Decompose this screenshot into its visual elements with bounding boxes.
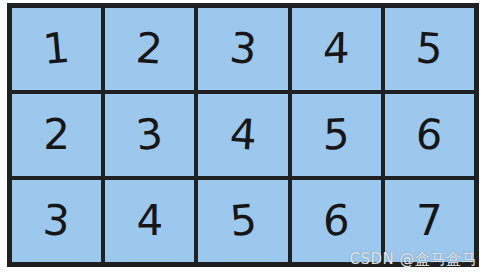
grid-cell: 4 [292,8,381,90]
grid-cell: 3 [12,180,101,262]
grid-cell: 5 [292,94,381,176]
grid-cell: 2 [105,8,194,90]
cell-digit: 1 [41,27,71,71]
cell-digit: 3 [228,27,259,72]
cell-digit: 2 [43,114,70,156]
cell-digit: 5 [415,27,445,71]
grid-cell: 6 [385,94,474,176]
cell-digit: 5 [322,113,349,156]
grid-cell: 5 [385,8,474,90]
cell-digit: 4 [322,27,349,70]
cell-digit: 2 [135,27,165,71]
grid-cell: 3 [105,94,194,176]
number-grid: 123452345634567 [7,3,479,267]
grid-cell: 1 [12,8,101,90]
grid-cell: 4 [198,94,287,176]
cell-digit: 6 [322,199,349,242]
grid-cell: 5 [198,180,287,262]
grid-cell: 4 [105,180,194,262]
grid-cell: 2 [12,94,101,176]
cell-digit: 6 [414,113,445,158]
csdn-watermark: CSDN @盒马盒马 [349,250,477,269]
cell-digit: 4 [136,200,163,242]
cell-digit: 7 [416,200,443,242]
grid-cell: 3 [198,8,287,90]
cell-digit: 5 [228,199,258,243]
cell-digit: 4 [228,113,258,157]
cell-digit: 3 [42,199,72,243]
cell-digit: 3 [135,113,165,157]
